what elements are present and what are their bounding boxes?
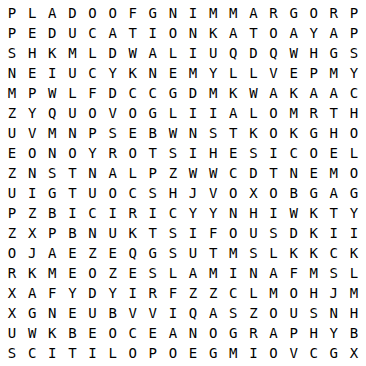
grid-cell-r4c11[interactable]: Y (203, 63, 223, 83)
grid-cell-r9c13[interactable]: D (243, 163, 263, 183)
grid-cell-r7c1[interactable]: U (2, 123, 22, 143)
grid-cell-r11c7[interactable]: R (123, 203, 143, 223)
grid-cell-r3c1[interactable]: S (2, 43, 22, 63)
grid-cell-r4c4[interactable]: U (62, 63, 82, 83)
grid-cell-r17c5[interactable]: E (82, 323, 102, 343)
grid-cell-r16c3[interactable]: N (42, 303, 62, 323)
grid-cell-r9c8[interactable]: P (143, 163, 163, 183)
grid-cell-r2c16[interactable]: Y (304, 23, 324, 43)
grid-cell-r10c7[interactable]: C (123, 183, 143, 203)
grid-cell-r5c11[interactable]: M (203, 83, 223, 103)
grid-cell-r3c11[interactable]: U (203, 43, 223, 63)
grid-cell-r4c13[interactable]: L (243, 63, 263, 83)
grid-cell-r6c14[interactable]: O (263, 103, 283, 123)
grid-cell-r3c3[interactable]: K (42, 43, 62, 63)
grid-cell-r16c1[interactable]: X (2, 303, 22, 323)
grid-cell-r14c6[interactable]: Z (103, 263, 123, 283)
grid-cell-r2c3[interactable]: D (42, 23, 62, 43)
grid-cell-r12c13[interactable]: U (243, 223, 263, 243)
grid-cell-r9c4[interactable]: T (62, 163, 82, 183)
grid-cell-r1c17[interactable]: R (324, 3, 344, 23)
grid-cell-r8c2[interactable]: O (22, 143, 42, 163)
grid-cell-r3c5[interactable]: L (82, 43, 102, 63)
grid-cell-r16c2[interactable]: G (22, 303, 42, 323)
grid-cell-r5c14[interactable]: A (263, 83, 283, 103)
grid-cell-r13c10[interactable]: U (183, 243, 203, 263)
grid-cell-r18c17[interactable]: G (324, 343, 344, 363)
grid-cell-r9c9[interactable]: Z (163, 163, 183, 183)
grid-cell-r5c7[interactable]: C (123, 83, 143, 103)
grid-cell-r17c6[interactable]: O (103, 323, 123, 343)
grid-cell-r7c4[interactable]: N (62, 123, 82, 143)
grid-cell-r14c10[interactable]: A (183, 263, 203, 283)
grid-cell-r5c1[interactable]: M (2, 83, 22, 103)
grid-cell-r5c13[interactable]: W (243, 83, 263, 103)
grid-cell-r18c8[interactable]: P (143, 343, 163, 363)
grid-cell-r3c9[interactable]: L (163, 43, 183, 63)
grid-cell-r10c4[interactable]: T (62, 183, 82, 203)
grid-cell-r6c5[interactable]: O (82, 103, 102, 123)
grid-cell-r1c14[interactable]: R (263, 3, 283, 23)
grid-cell-r15c13[interactable]: L (243, 283, 263, 303)
grid-cell-r9c16[interactable]: E (304, 163, 324, 183)
grid-cell-r10c13[interactable]: X (243, 183, 263, 203)
grid-cell-r12c15[interactable]: D (284, 223, 304, 243)
grid-cell-r15c15[interactable]: O (284, 283, 304, 303)
grid-cell-r10c5[interactable]: U (82, 183, 102, 203)
grid-cell-r16c12[interactable]: S (223, 303, 243, 323)
grid-cell-r15c9[interactable]: F (163, 283, 183, 303)
grid-cell-r8c15[interactable]: C (284, 143, 304, 163)
grid-cell-r11c16[interactable]: K (304, 203, 324, 223)
grid-cell-r1c9[interactable]: N (163, 3, 183, 23)
grid-cell-r3c2[interactable]: H (22, 43, 42, 63)
grid-cell-r16c15[interactable]: U (284, 303, 304, 323)
grid-cell-r5c12[interactable]: K (223, 83, 243, 103)
grid-cell-r17c12[interactable]: G (223, 323, 243, 343)
grid-cell-r13c5[interactable]: Z (82, 243, 102, 263)
grid-cell-r11c9[interactable]: C (163, 203, 183, 223)
grid-cell-r17c1[interactable]: U (2, 323, 22, 343)
grid-cell-r16c11[interactable]: A (203, 303, 223, 323)
grid-cell-r15c2[interactable]: A (22, 283, 42, 303)
grid-cell-r7c8[interactable]: B (143, 123, 163, 143)
grid-cell-r6c17[interactable]: T (324, 103, 344, 123)
grid-cell-r16c14[interactable]: O (263, 303, 283, 323)
grid-cell-r8c14[interactable]: I (263, 143, 283, 163)
grid-cell-r3c16[interactable]: H (304, 43, 324, 63)
grid-cell-r9c12[interactable]: C (223, 163, 243, 183)
grid-cell-r16c8[interactable]: V (143, 303, 163, 323)
grid-cell-r13c7[interactable]: Q (123, 243, 143, 263)
grid-cell-r18c14[interactable]: O (263, 343, 283, 363)
grid-cell-r1c8[interactable]: G (143, 3, 163, 23)
grid-cell-r16c6[interactable]: B (103, 303, 123, 323)
grid-cell-r15c7[interactable]: I (123, 283, 143, 303)
grid-cell-r1c13[interactable]: A (243, 3, 263, 23)
grid-cell-r7c11[interactable]: S (203, 123, 223, 143)
grid-cell-r10c10[interactable]: J (183, 183, 203, 203)
grid-cell-r7c10[interactable]: N (183, 123, 203, 143)
grid-cell-r10c11[interactable]: V (203, 183, 223, 203)
grid-cell-r16c17[interactable]: N (324, 303, 344, 323)
grid-cell-r1c4[interactable]: D (62, 3, 82, 23)
grid-cell-r4c9[interactable]: E (163, 63, 183, 83)
grid-cell-r7c3[interactable]: M (42, 123, 62, 143)
grid-cell-r6c18[interactable]: H (344, 103, 364, 123)
grid-cell-r8c3[interactable]: N (42, 143, 62, 163)
grid-cell-r14c1[interactable]: R (2, 263, 22, 283)
grid-cell-r14c14[interactable]: A (263, 263, 283, 283)
grid-cell-r15c16[interactable]: H (304, 283, 324, 303)
grid-cell-r11c3[interactable]: B (42, 203, 62, 223)
grid-cell-r5c17[interactable]: A (324, 83, 344, 103)
grid-cell-r8c1[interactable]: E (2, 143, 22, 163)
grid-cell-r12c1[interactable]: Z (2, 223, 22, 243)
grid-cell-r4c1[interactable]: N (2, 63, 22, 83)
grid-cell-r13c8[interactable]: G (143, 243, 163, 263)
grid-cell-r14c9[interactable]: L (163, 263, 183, 283)
grid-cell-r8c10[interactable]: I (183, 143, 203, 163)
grid-cell-r18c13[interactable]: I (243, 343, 263, 363)
grid-cell-r11c1[interactable]: P (2, 203, 22, 223)
grid-cell-r9c10[interactable]: W (183, 163, 203, 183)
grid-cell-r9c18[interactable]: O (344, 163, 364, 183)
grid-cell-r3c17[interactable]: G (324, 43, 344, 63)
grid-cell-r15c3[interactable]: F (42, 283, 62, 303)
grid-cell-r2c5[interactable]: C (82, 23, 102, 43)
grid-cell-r1c18[interactable]: P (344, 3, 364, 23)
grid-cell-r4c17[interactable]: M (324, 63, 344, 83)
grid-cell-r8c6[interactable]: R (103, 143, 123, 163)
grid-cell-r4c15[interactable]: E (284, 63, 304, 83)
grid-cell-r1c5[interactable]: O (82, 3, 102, 23)
grid-cell-r3c6[interactable]: D (103, 43, 123, 63)
grid-cell-r16c10[interactable]: Q (183, 303, 203, 323)
grid-cell-r4c5[interactable]: C (82, 63, 102, 83)
grid-cell-r6c7[interactable]: O (123, 103, 143, 123)
grid-cell-r14c3[interactable]: M (42, 263, 62, 283)
grid-cell-r2c15[interactable]: A (284, 23, 304, 43)
grid-cell-r11c15[interactable]: W (284, 203, 304, 223)
grid-cell-r17c8[interactable]: E (143, 323, 163, 343)
grid-cell-r12c2[interactable]: X (22, 223, 42, 243)
grid-cell-r10c1[interactable]: U (2, 183, 22, 203)
grid-cell-r3c13[interactable]: D (243, 43, 263, 63)
grid-cell-r17c15[interactable]: P (284, 323, 304, 343)
grid-cell-r12c11[interactable]: F (203, 223, 223, 243)
grid-cell-r15c10[interactable]: Z (183, 283, 203, 303)
grid-cell-r8c7[interactable]: O (123, 143, 143, 163)
grid-cell-r8c11[interactable]: H (203, 143, 223, 163)
grid-cell-r9c2[interactable]: N (22, 163, 42, 183)
grid-cell-r16c16[interactable]: S (304, 303, 324, 323)
grid-cell-r11c14[interactable]: I (263, 203, 283, 223)
grid-cell-r1c15[interactable]: G (284, 3, 304, 23)
grid-cell-r4c16[interactable]: P (304, 63, 324, 83)
grid-cell-r5c6[interactable]: D (103, 83, 123, 103)
grid-cell-r10c6[interactable]: O (103, 183, 123, 203)
grid-cell-r15c11[interactable]: Z (203, 283, 223, 303)
grid-cell-r15c4[interactable]: Y (62, 283, 82, 303)
grid-cell-r2c11[interactable]: K (203, 23, 223, 43)
grid-cell-r5c3[interactable]: W (42, 83, 62, 103)
grid-cell-r2c14[interactable]: O (263, 23, 283, 43)
grid-cell-r9c14[interactable]: T (263, 163, 283, 183)
grid-cell-r14c4[interactable]: E (62, 263, 82, 283)
grid-cell-r11c2[interactable]: Z (22, 203, 42, 223)
grid-cell-r8c12[interactable]: E (223, 143, 243, 163)
grid-cell-r8c17[interactable]: E (324, 143, 344, 163)
grid-cell-r1c1[interactable]: P (2, 3, 22, 23)
grid-cell-r18c15[interactable]: V (284, 343, 304, 363)
grid-cell-r12c10[interactable]: I (183, 223, 203, 243)
grid-cell-r6c13[interactable]: L (243, 103, 263, 123)
grid-cell-r9c11[interactable]: W (203, 163, 223, 183)
grid-cell-r2c1[interactable]: P (2, 23, 22, 43)
grid-cell-r5c10[interactable]: D (183, 83, 203, 103)
grid-cell-r14c7[interactable]: E (123, 263, 143, 283)
grid-cell-r16c9[interactable]: I (163, 303, 183, 323)
grid-cell-r2c13[interactable]: T (243, 23, 263, 43)
grid-cell-r1c11[interactable]: M (203, 3, 223, 23)
grid-cell-r1c16[interactable]: O (304, 3, 324, 23)
grid-cell-r18c18[interactable]: X (344, 343, 364, 363)
grid-cell-r10c2[interactable]: I (22, 183, 42, 203)
grid-cell-r7c2[interactable]: V (22, 123, 42, 143)
grid-cell-r12c4[interactable]: B (62, 223, 82, 243)
grid-cell-r6c2[interactable]: Y (22, 103, 42, 123)
grid-cell-r7c6[interactable]: S (103, 123, 123, 143)
grid-cell-r3c4[interactable]: M (62, 43, 82, 63)
grid-cell-r3c10[interactable]: I (183, 43, 203, 63)
grid-cell-r6c8[interactable]: G (143, 103, 163, 123)
grid-cell-r3c8[interactable]: A (143, 43, 163, 63)
grid-cell-r6c11[interactable]: I (203, 103, 223, 123)
grid-cell-r10c12[interactable]: O (223, 183, 243, 203)
grid-cell-r15c14[interactable]: M (263, 283, 283, 303)
grid-cell-r4c8[interactable]: N (143, 63, 163, 83)
grid-cell-r12c8[interactable]: T (143, 223, 163, 243)
grid-cell-r7c17[interactable]: H (324, 123, 344, 143)
grid-cell-r17c7[interactable]: C (123, 323, 143, 343)
grid-cell-r4c10[interactable]: M (183, 63, 203, 83)
grid-cell-r4c6[interactable]: Y (103, 63, 123, 83)
grid-cell-r16c13[interactable]: Z (243, 303, 263, 323)
grid-cell-r7c15[interactable]: K (284, 123, 304, 143)
grid-cell-r13c6[interactable]: E (103, 243, 123, 263)
grid-cell-r8c18[interactable]: L (344, 143, 364, 163)
grid-cell-r2c18[interactable]: P (344, 23, 364, 43)
grid-cell-r5c16[interactable]: A (304, 83, 324, 103)
grid-cell-r13c14[interactable]: L (263, 243, 283, 263)
grid-cell-r4c12[interactable]: L (223, 63, 243, 83)
grid-cell-r14c12[interactable]: I (223, 263, 243, 283)
grid-cell-r12c7[interactable]: K (123, 223, 143, 243)
grid-cell-r6c15[interactable]: M (284, 103, 304, 123)
grid-cell-r6c1[interactable]: Z (2, 103, 22, 123)
grid-cell-r1c7[interactable]: F (123, 3, 143, 23)
grid-cell-r13c17[interactable]: C (324, 243, 344, 263)
grid-cell-r13c16[interactable]: K (304, 243, 324, 263)
grid-cell-r17c13[interactable]: R (243, 323, 263, 343)
grid-cell-r17c17[interactable]: Y (324, 323, 344, 343)
grid-cell-r4c14[interactable]: V (263, 63, 283, 83)
grid-cell-r8c5[interactable]: Y (82, 143, 102, 163)
grid-cell-r15c12[interactable]: C (223, 283, 243, 303)
grid-cell-r14c13[interactable]: N (243, 263, 263, 283)
grid-cell-r17c2[interactable]: W (22, 323, 42, 343)
grid-cell-r9c15[interactable]: N (284, 163, 304, 183)
grid-cell-r18c4[interactable]: T (62, 343, 82, 363)
grid-cell-r9c7[interactable]: L (123, 163, 143, 183)
grid-cell-r12c12[interactable]: O (223, 223, 243, 243)
grid-cell-r7c18[interactable]: O (344, 123, 364, 143)
grid-cell-r17c10[interactable]: N (183, 323, 203, 343)
grid-cell-r15c18[interactable]: M (344, 283, 364, 303)
grid-cell-r2c2[interactable]: E (22, 23, 42, 43)
grid-cell-r13c1[interactable]: O (2, 243, 22, 263)
grid-cell-r11c11[interactable]: Y (203, 203, 223, 223)
grid-cell-r14c16[interactable]: M (304, 263, 324, 283)
grid-cell-r17c9[interactable]: A (163, 323, 183, 343)
grid-cell-r12c5[interactable]: N (82, 223, 102, 243)
grid-cell-r3c15[interactable]: W (284, 43, 304, 63)
grid-cell-r2c7[interactable]: T (123, 23, 143, 43)
grid-cell-r13c18[interactable]: K (344, 243, 364, 263)
grid-cell-r18c1[interactable]: S (2, 343, 22, 363)
grid-cell-r6c3[interactable]: Q (42, 103, 62, 123)
grid-cell-r14c8[interactable]: S (143, 263, 163, 283)
grid-cell-r12c17[interactable]: I (324, 223, 344, 243)
grid-cell-r13c4[interactable]: E (62, 243, 82, 263)
grid-cell-r1c12[interactable]: M (223, 3, 243, 23)
grid-cell-r2c12[interactable]: A (223, 23, 243, 43)
grid-cell-r10c17[interactable]: A (324, 183, 344, 203)
grid-cell-r7c5[interactable]: P (82, 123, 102, 143)
grid-cell-r2c8[interactable]: I (143, 23, 163, 43)
grid-cell-r10c3[interactable]: G (42, 183, 62, 203)
grid-cell-r2c10[interactable]: N (183, 23, 203, 43)
grid-cell-r7c14[interactable]: O (263, 123, 283, 143)
grid-cell-r13c13[interactable]: S (243, 243, 263, 263)
grid-cell-r9c17[interactable]: M (324, 163, 344, 183)
grid-cell-r10c18[interactable]: G (344, 183, 364, 203)
grid-cell-r6c6[interactable]: V (103, 103, 123, 123)
grid-cell-r12c6[interactable]: U (103, 223, 123, 243)
grid-cell-r18c12[interactable]: M (223, 343, 243, 363)
grid-cell-r6c4[interactable]: U (62, 103, 82, 123)
grid-cell-r12c3[interactable]: P (42, 223, 62, 243)
grid-cell-r6c10[interactable]: I (183, 103, 203, 123)
grid-cell-r10c16[interactable]: G (304, 183, 324, 203)
grid-cell-r14c15[interactable]: F (284, 263, 304, 283)
grid-cell-r10c15[interactable]: B (284, 183, 304, 203)
grid-cell-r9c6[interactable]: A (103, 163, 123, 183)
grid-cell-r10c8[interactable]: S (143, 183, 163, 203)
grid-cell-r17c11[interactable]: O (203, 323, 223, 343)
grid-cell-r11c4[interactable]: I (62, 203, 82, 223)
grid-cell-r18c9[interactable]: O (163, 343, 183, 363)
grid-cell-r10c9[interactable]: H (163, 183, 183, 203)
grid-cell-r4c7[interactable]: K (123, 63, 143, 83)
grid-cell-r5c9[interactable]: G (163, 83, 183, 103)
grid-cell-r11c12[interactable]: N (223, 203, 243, 223)
grid-cell-r16c5[interactable]: U (82, 303, 102, 323)
grid-cell-r15c6[interactable]: Y (103, 283, 123, 303)
grid-cell-r8c9[interactable]: S (163, 143, 183, 163)
grid-cell-r4c3[interactable]: I (42, 63, 62, 83)
grid-cell-r7c12[interactable]: T (223, 123, 243, 143)
grid-cell-r4c2[interactable]: E (22, 63, 42, 83)
grid-cell-r7c16[interactable]: G (304, 123, 324, 143)
grid-cell-r1c10[interactable]: I (183, 3, 203, 23)
grid-cell-r6c9[interactable]: L (163, 103, 183, 123)
grid-cell-r8c4[interactable]: O (62, 143, 82, 163)
grid-cell-r14c17[interactable]: S (324, 263, 344, 283)
grid-cell-r15c5[interactable]: D (82, 283, 102, 303)
grid-cell-r15c8[interactable]: R (143, 283, 163, 303)
grid-cell-r1c3[interactable]: A (42, 3, 62, 23)
grid-cell-r8c16[interactable]: O (304, 143, 324, 163)
grid-cell-r15c1[interactable]: X (2, 283, 22, 303)
grid-cell-r16c18[interactable]: H (344, 303, 364, 323)
grid-cell-r16c7[interactable]: V (123, 303, 143, 323)
grid-cell-r17c18[interactable]: B (344, 323, 364, 343)
grid-cell-r8c13[interactable]: S (243, 143, 263, 163)
grid-cell-r2c9[interactable]: O (163, 23, 183, 43)
grid-cell-r11c6[interactable]: I (103, 203, 123, 223)
grid-cell-r6c16[interactable]: R (304, 103, 324, 123)
grid-cell-r12c9[interactable]: S (163, 223, 183, 243)
grid-cell-r5c8[interactable]: C (143, 83, 163, 103)
grid-cell-r13c2[interactable]: J (22, 243, 42, 263)
grid-cell-r12c18[interactable]: I (344, 223, 364, 243)
grid-cell-r12c14[interactable]: S (263, 223, 283, 243)
grid-cell-r17c3[interactable]: K (42, 323, 62, 343)
grid-cell-r13c9[interactable]: S (163, 243, 183, 263)
grid-cell-r18c3[interactable]: I (42, 343, 62, 363)
grid-cell-r9c5[interactable]: N (82, 163, 102, 183)
grid-cell-r11c5[interactable]: C (82, 203, 102, 223)
grid-cell-r5c2[interactable]: P (22, 83, 42, 103)
grid-cell-r18c11[interactable]: G (203, 343, 223, 363)
grid-cell-r17c4[interactable]: B (62, 323, 82, 343)
grid-cell-r2c4[interactable]: U (62, 23, 82, 43)
grid-cell-r1c6[interactable]: O (103, 3, 123, 23)
grid-cell-r1c2[interactable]: L (22, 3, 42, 23)
grid-cell-r18c2[interactable]: C (22, 343, 42, 363)
grid-cell-r4c18[interactable]: Y (344, 63, 364, 83)
grid-cell-r3c14[interactable]: Q (263, 43, 283, 63)
grid-cell-r11c18[interactable]: Y (344, 203, 364, 223)
grid-cell-r7c7[interactable]: E (123, 123, 143, 143)
grid-cell-r11c10[interactable]: Y (183, 203, 203, 223)
grid-cell-r18c6[interactable]: L (103, 343, 123, 363)
grid-cell-r18c7[interactable]: O (123, 343, 143, 363)
grid-cell-r18c10[interactable]: E (183, 343, 203, 363)
grid-cell-r14c18[interactable]: L (344, 263, 364, 283)
grid-cell-r17c16[interactable]: H (304, 323, 324, 343)
grid-cell-r6c12[interactable]: A (223, 103, 243, 123)
grid-cell-r14c2[interactable]: K (22, 263, 42, 283)
grid-cell-r5c15[interactable]: K (284, 83, 304, 103)
grid-cell-r7c13[interactable]: K (243, 123, 263, 143)
grid-cell-r3c18[interactable]: S (344, 43, 364, 63)
grid-cell-r5c4[interactable]: L (62, 83, 82, 103)
grid-cell-r16c4[interactable]: E (62, 303, 82, 323)
grid-cell-r14c11[interactable]: M (203, 263, 223, 283)
